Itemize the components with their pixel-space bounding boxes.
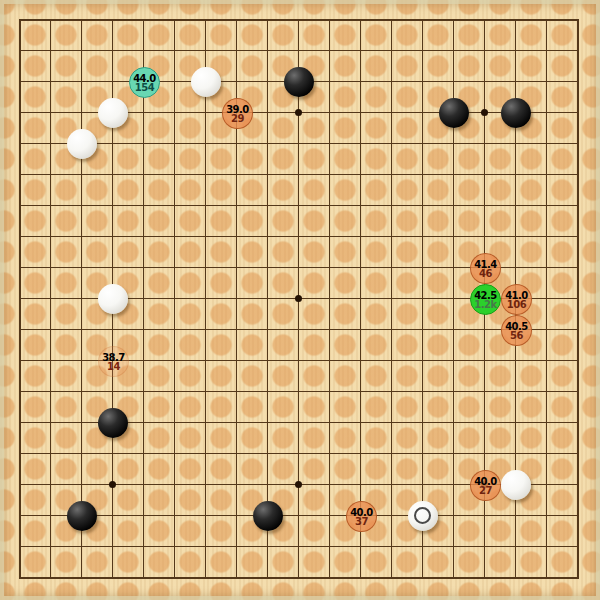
white-stone-d10[interactable] xyxy=(98,284,128,314)
visits-value: 14 xyxy=(107,362,120,371)
visits-value: 1.2k xyxy=(474,300,496,309)
grid-line-vertical xyxy=(422,19,423,579)
grid-line-horizontal xyxy=(19,577,579,579)
grid-line-vertical xyxy=(577,19,579,579)
grid-line-vertical xyxy=(391,19,392,579)
star-point-k16 xyxy=(295,109,302,116)
grid-line-vertical xyxy=(329,19,330,579)
white-stone-r4[interactable] xyxy=(501,470,531,500)
star-point-d4 xyxy=(109,481,116,488)
analysis-move-r9[interactable]: 40.556 xyxy=(501,315,532,346)
analysis-move-q11[interactable]: 41.446 xyxy=(470,253,501,284)
grid-line-vertical xyxy=(546,19,547,579)
analysis-move-h16[interactable]: 39.029 xyxy=(222,98,253,129)
visits-value: 56 xyxy=(510,331,523,340)
analysis-move-e17[interactable]: 44.0154 xyxy=(129,67,160,98)
analysis-move-q10[interactable]: 42.51.2k xyxy=(470,284,501,315)
grid-line-horizontal xyxy=(19,546,579,547)
grid-line-horizontal xyxy=(19,329,579,330)
black-stone-r16[interactable] xyxy=(501,98,531,128)
visits-value: 154 xyxy=(135,83,154,92)
star-point-q16 xyxy=(481,109,488,116)
visits-value: 37 xyxy=(355,517,368,526)
grid-line-horizontal xyxy=(19,453,579,454)
analysis-move-m3[interactable]: 40.037 xyxy=(346,501,377,532)
black-stone-d6[interactable] xyxy=(98,408,128,438)
visits-value: 106 xyxy=(507,300,526,309)
black-stone-k17[interactable] xyxy=(284,67,314,97)
white-stone-d16[interactable] xyxy=(98,98,128,128)
last-move-marker-icon xyxy=(414,507,431,524)
grid-line-vertical xyxy=(360,19,361,579)
analysis-move-d8[interactable]: 38.714 xyxy=(98,346,129,377)
analysis-move-q4[interactable]: 40.027 xyxy=(470,470,501,501)
analysis-move-r10[interactable]: 41.0106 xyxy=(501,284,532,315)
white-stone-g17[interactable] xyxy=(191,67,221,97)
grid-line-horizontal xyxy=(19,391,579,392)
black-stone-p16[interactable] xyxy=(439,98,469,128)
grid-line-horizontal xyxy=(19,515,579,516)
white-stone-c15[interactable] xyxy=(67,129,97,159)
visits-value: 46 xyxy=(479,269,492,278)
star-point-k4 xyxy=(295,481,302,488)
black-stone-j3[interactable] xyxy=(253,501,283,531)
visits-value: 29 xyxy=(231,114,244,123)
white-stone-o3[interactable] xyxy=(408,501,438,531)
star-point-k10 xyxy=(295,295,302,302)
black-stone-c3[interactable] xyxy=(67,501,97,531)
go-board: 44.015439.02941.44642.51.2k41.010640.556… xyxy=(0,0,600,600)
visits-value: 27 xyxy=(479,486,492,495)
